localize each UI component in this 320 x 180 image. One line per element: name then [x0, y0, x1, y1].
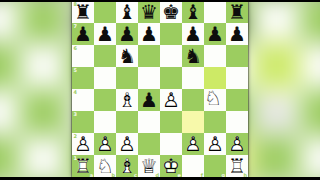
square-h6[interactable] — [226, 45, 248, 67]
square-d1[interactable]: d♛♕ — [138, 155, 160, 177]
square-d2[interactable] — [138, 133, 160, 155]
black-bishop[interactable]: ♝ — [182, 1, 204, 23]
square-f1[interactable]: f — [182, 155, 204, 177]
square-a1[interactable]: 1a♜♖ — [72, 155, 94, 177]
square-d7[interactable]: ♟ — [138, 23, 160, 45]
black-rook[interactable]: ♜ — [72, 1, 94, 23]
square-g4: ♞♘ — [253, 89, 300, 136]
black-pawn[interactable]: ♟ — [226, 23, 248, 45]
square-c4[interactable]: ♝♗ — [116, 89, 138, 111]
square-h3[interactable] — [226, 111, 248, 133]
square-b4 — [20, 89, 67, 136]
square-e8[interactable]: ♚ — [160, 1, 182, 23]
square-g5 — [253, 42, 300, 89]
square-d3[interactable] — [138, 111, 160, 133]
black-knight[interactable]: ♞ — [182, 45, 204, 67]
letterbox-bottom-bar — [0, 177, 320, 180]
white-queen[interactable]: ♛♕ — [138, 155, 160, 177]
rank-label-4: 4 — [74, 89, 77, 95]
square-g2[interactable]: ♟♙ — [204, 133, 226, 155]
white-knight[interactable]: ♞♘ — [94, 155, 116, 177]
square-a6[interactable]: 6 — [72, 45, 94, 67]
square-d6[interactable] — [138, 45, 160, 67]
square-h4 — [300, 89, 320, 136]
square-h7[interactable]: ♟ — [226, 23, 248, 45]
square-g8[interactable] — [204, 1, 226, 23]
rank-label-6: 6 — [74, 45, 77, 51]
square-d4[interactable]: ♟ — [138, 89, 160, 111]
square-e5[interactable] — [160, 67, 182, 89]
square-g6[interactable] — [204, 45, 226, 67]
black-rook[interactable]: ♜ — [226, 1, 248, 23]
square-c6[interactable]: ♞ — [116, 45, 138, 67]
black-pawn[interactable]: ♟ — [72, 23, 94, 45]
square-a6 — [0, 0, 20, 42]
square-g6 — [253, 0, 300, 42]
square-h6 — [300, 0, 320, 42]
rank-label-5: 5 — [74, 67, 77, 73]
square-b3[interactable] — [94, 111, 116, 133]
square-a8[interactable]: 8♜ — [72, 1, 94, 23]
black-pawn[interactable]: ♟ — [94, 23, 116, 45]
square-e7[interactable] — [160, 23, 182, 45]
square-h8[interactable]: ♜ — [226, 1, 248, 23]
square-e3[interactable] — [160, 111, 182, 133]
white-rook[interactable]: ♜♖ — [226, 155, 248, 177]
square-c7[interactable]: ♟ — [116, 23, 138, 45]
square-b1[interactable]: b♞♘ — [94, 155, 116, 177]
square-g7[interactable]: ♟ — [204, 23, 226, 45]
square-d5[interactable] — [138, 67, 160, 89]
white-bishop[interactable]: ♝♗ — [116, 155, 138, 177]
square-e6[interactable] — [160, 45, 182, 67]
square-a3[interactable]: 3 — [72, 111, 94, 133]
white-knight: ♞♘ — [253, 89, 300, 136]
chess-board[interactable]: 8♜♝♛♚♝♜7♟♟♟♟♟♟♟6♞♞54♝♗♟♟♙♞♘32♟♙♟♙♟♙♟♙♟♙♟… — [72, 1, 248, 177]
square-h1[interactable]: h♜♖ — [226, 155, 248, 177]
white-pawn[interactable]: ♟♙ — [182, 133, 204, 155]
square-a4 — [0, 89, 20, 136]
square-b6 — [20, 0, 67, 42]
square-h3 — [300, 136, 320, 180]
square-a3 — [0, 136, 20, 180]
black-knight[interactable]: ♞ — [116, 45, 138, 67]
square-b7[interactable]: ♟ — [94, 23, 116, 45]
square-a5 — [0, 42, 20, 89]
square-h5 — [300, 42, 320, 89]
square-g3[interactable] — [204, 111, 226, 133]
rank-label-3: 3 — [74, 111, 77, 117]
square-b3 — [20, 136, 67, 180]
white-pawn[interactable]: ♟♙ — [72, 133, 94, 155]
square-g5[interactable] — [204, 67, 226, 89]
white-knight[interactable]: ♞♘ — [202, 87, 224, 109]
square-c8[interactable]: ♝ — [116, 1, 138, 23]
white-king[interactable]: ♚♔ — [160, 155, 182, 177]
square-b2[interactable]: ♟♙ — [94, 133, 116, 155]
square-f2[interactable]: ♟♙ — [182, 133, 204, 155]
square-b4[interactable] — [94, 89, 116, 111]
square-g4[interactable]: ♞♘ — [204, 89, 226, 111]
square-c3[interactable] — [116, 111, 138, 133]
square-a5[interactable]: 5 — [72, 67, 94, 89]
square-f4[interactable] — [182, 89, 204, 111]
black-pawn[interactable]: ♟ — [138, 89, 160, 111]
white-rook[interactable]: ♜♖ — [72, 155, 94, 177]
square-h5[interactable] — [226, 67, 248, 89]
square-f5[interactable] — [182, 67, 204, 89]
square-d8[interactable]: ♛ — [138, 1, 160, 23]
square-g1[interactable]: g — [204, 155, 226, 177]
black-queen[interactable]: ♛ — [138, 1, 160, 23]
square-a2[interactable]: 2♟♙ — [72, 133, 94, 155]
square-c5[interactable] — [116, 67, 138, 89]
square-e2[interactable] — [160, 133, 182, 155]
white-pawn[interactable]: ♟♙ — [160, 89, 182, 111]
square-b8[interactable] — [94, 1, 116, 23]
square-c2[interactable]: ♟♙ — [116, 133, 138, 155]
black-pawn[interactable]: ♟ — [116, 23, 138, 45]
square-b5[interactable] — [94, 67, 116, 89]
square-e1[interactable]: e♚♔ — [160, 155, 182, 177]
black-pawn[interactable]: ♟ — [204, 23, 226, 45]
square-h2[interactable]: ♟♙ — [226, 133, 248, 155]
square-f3[interactable] — [182, 111, 204, 133]
square-a7[interactable]: 7♟ — [72, 23, 94, 45]
square-b6[interactable] — [94, 45, 116, 67]
white-pawn[interactable]: ♟♙ — [116, 133, 138, 155]
video-frame: ♜♝♛♚♝♜♟♟♟♟♟♟♟♞♞♝♗♟♟♙♞♘♟♙♟♙♟♙♟♙♟♙♟♙♜♖♞♘♝♗… — [0, 0, 320, 180]
black-bishop[interactable]: ♝ — [116, 1, 138, 23]
black-pawn[interactable]: ♟ — [182, 23, 204, 45]
square-c1[interactable]: c♝♗ — [116, 155, 138, 177]
black-pawn[interactable]: ♟ — [138, 23, 160, 45]
square-f6[interactable]: ♞ — [182, 45, 204, 67]
white-pawn[interactable]: ♟♙ — [204, 133, 226, 155]
letterbox-top-bar — [0, 0, 320, 2]
black-king[interactable]: ♚ — [160, 1, 182, 23]
square-b5 — [20, 42, 67, 89]
square-a4[interactable]: 4 — [72, 89, 94, 111]
square-e4[interactable]: ♟♙ — [160, 89, 182, 111]
square-g3 — [253, 136, 300, 180]
square-f7[interactable]: ♟ — [182, 23, 204, 45]
square-f8[interactable]: ♝ — [182, 1, 204, 23]
white-pawn[interactable]: ♟♙ — [226, 133, 248, 155]
white-pawn[interactable]: ♟♙ — [94, 133, 116, 155]
square-h4[interactable] — [226, 89, 248, 111]
white-bishop[interactable]: ♝♗ — [116, 89, 138, 111]
